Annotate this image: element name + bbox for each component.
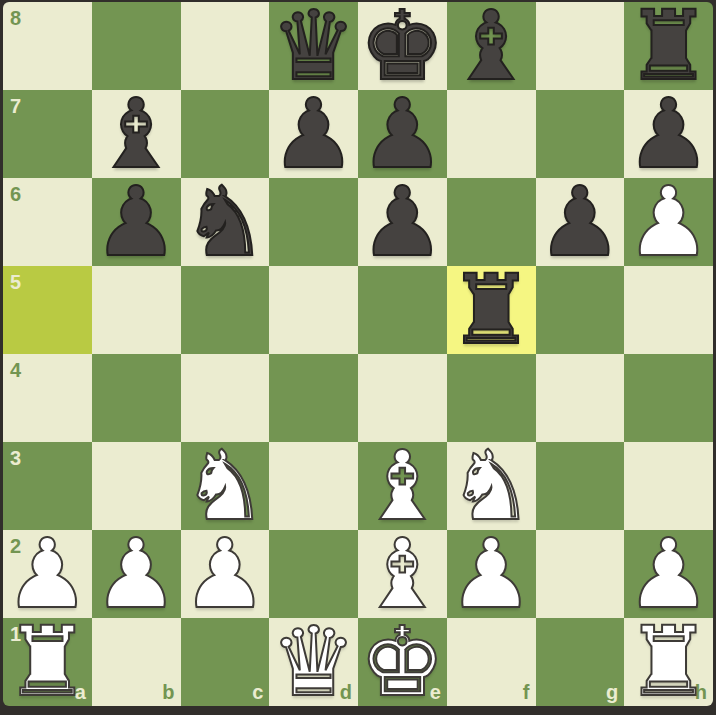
piece-black-rook[interactable]: ♜ (448, 266, 534, 354)
piece-white-king[interactable]: ♚ (359, 618, 445, 706)
square-g4[interactable] (536, 354, 625, 442)
piece-white-rook[interactable]: ♜ (4, 618, 90, 706)
piece-white-pawn[interactable]: ♟ (448, 530, 534, 618)
square-b7[interactable]: ♝ (92, 90, 181, 178)
square-e4[interactable] (358, 354, 447, 442)
piece-white-queen[interactable]: ♛ (271, 618, 357, 706)
square-h8[interactable]: ♜ (624, 2, 713, 90)
square-g5[interactable] (536, 266, 625, 354)
file-label-f: f (523, 682, 530, 702)
square-h2[interactable]: ♟ (624, 530, 713, 618)
piece-white-bishop[interactable]: ♝ (359, 530, 445, 618)
square-h7[interactable]: ♟ (624, 90, 713, 178)
square-h4[interactable] (624, 354, 713, 442)
square-a3[interactable]: 3 (3, 442, 92, 530)
square-d7[interactable]: ♟ (269, 90, 358, 178)
square-e5[interactable] (358, 266, 447, 354)
square-f7[interactable] (447, 90, 536, 178)
square-c8[interactable] (181, 2, 270, 90)
square-e7[interactable]: ♟ (358, 90, 447, 178)
rank-label-6: 6 (10, 184, 21, 204)
square-b6[interactable]: ♟ (92, 178, 181, 266)
square-c7[interactable] (181, 90, 270, 178)
rank-label-7: 7 (10, 96, 21, 116)
square-f1[interactable]: f (447, 618, 536, 706)
square-f6[interactable] (447, 178, 536, 266)
square-e8[interactable]: ♚ (358, 2, 447, 90)
chess-board: 8♛♚♝♜7♝♟♟♟6♟♞♟♟♟5♜43♞♝♞2♟♟♟♝♟♟1a♜bcd♛e♚f… (3, 2, 713, 706)
square-a7[interactable]: 7 (3, 90, 92, 178)
square-b2[interactable]: ♟ (92, 530, 181, 618)
square-f2[interactable]: ♟ (447, 530, 536, 618)
piece-black-pawn[interactable]: ♟ (93, 178, 179, 266)
square-c2[interactable]: ♟ (181, 530, 270, 618)
square-a4[interactable]: 4 (3, 354, 92, 442)
piece-black-rook[interactable]: ♜ (626, 2, 712, 90)
piece-white-pawn[interactable]: ♟ (626, 530, 712, 618)
piece-black-king[interactable]: ♚ (359, 2, 445, 90)
square-d1[interactable]: d♛ (269, 618, 358, 706)
square-f3[interactable]: ♞ (447, 442, 536, 530)
piece-white-bishop[interactable]: ♝ (359, 442, 445, 530)
square-c4[interactable] (181, 354, 270, 442)
rank-label-4: 4 (10, 360, 21, 380)
square-a8[interactable]: 8 (3, 2, 92, 90)
square-a1[interactable]: 1a♜ (3, 618, 92, 706)
square-d2[interactable] (269, 530, 358, 618)
square-d5[interactable] (269, 266, 358, 354)
square-a5[interactable]: 5 (3, 266, 92, 354)
square-g2[interactable] (536, 530, 625, 618)
piece-white-pawn[interactable]: ♟ (626, 178, 712, 266)
piece-white-pawn[interactable]: ♟ (93, 530, 179, 618)
square-g1[interactable]: g (536, 618, 625, 706)
chess-app-background: 8♛♚♝♜7♝♟♟♟6♟♞♟♟♟5♜43♞♝♞2♟♟♟♝♟♟1a♜bcd♛e♚f… (0, 0, 716, 715)
piece-black-knight[interactable]: ♞ (182, 178, 268, 266)
square-a2[interactable]: 2♟ (3, 530, 92, 618)
square-c6[interactable]: ♞ (181, 178, 270, 266)
square-c5[interactable] (181, 266, 270, 354)
piece-white-knight[interactable]: ♞ (182, 442, 268, 530)
piece-black-pawn[interactable]: ♟ (359, 90, 445, 178)
square-b1[interactable]: b (92, 618, 181, 706)
piece-black-pawn[interactable]: ♟ (359, 178, 445, 266)
square-g6[interactable]: ♟ (536, 178, 625, 266)
piece-black-pawn[interactable]: ♟ (271, 90, 357, 178)
square-d4[interactable] (269, 354, 358, 442)
piece-white-pawn[interactable]: ♟ (4, 530, 90, 618)
square-c1[interactable]: c (181, 618, 270, 706)
square-h6[interactable]: ♟ (624, 178, 713, 266)
piece-black-bishop[interactable]: ♝ (448, 2, 534, 90)
square-h5[interactable] (624, 266, 713, 354)
square-f4[interactable] (447, 354, 536, 442)
rank-label-8: 8 (10, 8, 21, 28)
square-h1[interactable]: h♜ (624, 618, 713, 706)
square-g8[interactable] (536, 2, 625, 90)
piece-white-knight[interactable]: ♞ (448, 442, 534, 530)
square-e1[interactable]: e♚ (358, 618, 447, 706)
square-g7[interactable] (536, 90, 625, 178)
square-d8[interactable]: ♛ (269, 2, 358, 90)
square-e2[interactable]: ♝ (358, 530, 447, 618)
piece-white-pawn[interactable]: ♟ (182, 530, 268, 618)
square-a6[interactable]: 6 (3, 178, 92, 266)
piece-black-pawn[interactable]: ♟ (626, 90, 712, 178)
square-b5[interactable] (92, 266, 181, 354)
square-d6[interactable] (269, 178, 358, 266)
square-e6[interactable]: ♟ (358, 178, 447, 266)
piece-black-bishop[interactable]: ♝ (93, 90, 179, 178)
square-d3[interactable] (269, 442, 358, 530)
square-g3[interactable] (536, 442, 625, 530)
file-label-c: c (252, 682, 263, 702)
file-label-g: g (606, 682, 618, 702)
rank-label-3: 3 (10, 448, 21, 468)
square-e3[interactable]: ♝ (358, 442, 447, 530)
square-b4[interactable] (92, 354, 181, 442)
piece-black-pawn[interactable]: ♟ (537, 178, 623, 266)
file-label-b: b (162, 682, 174, 702)
rank-label-5: 5 (10, 272, 21, 292)
piece-black-queen[interactable]: ♛ (271, 2, 357, 90)
square-b8[interactable] (92, 2, 181, 90)
square-b3[interactable] (92, 442, 181, 530)
square-f5[interactable]: ♜ (447, 266, 536, 354)
square-f8[interactable]: ♝ (447, 2, 536, 90)
square-c3[interactable]: ♞ (181, 442, 270, 530)
square-h3[interactable] (624, 442, 713, 530)
piece-white-rook[interactable]: ♜ (626, 618, 712, 706)
